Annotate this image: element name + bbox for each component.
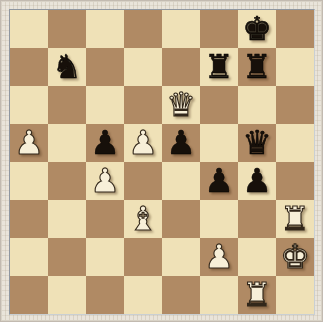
piece-black-pawn[interactable]: ♟ xyxy=(162,124,200,162)
square-h6[interactable] xyxy=(276,86,314,124)
square-a6[interactable] xyxy=(10,86,48,124)
square-c6[interactable] xyxy=(86,86,124,124)
square-c2[interactable] xyxy=(86,238,124,276)
square-f5[interactable] xyxy=(200,124,238,162)
square-a3[interactable] xyxy=(10,200,48,238)
chess-board: ♚♞♜♜♛♟♟♟♟♛♟♟♟♝♜♟♚♜ xyxy=(9,9,315,315)
square-d5[interactable]: ♟ xyxy=(124,124,162,162)
square-f3[interactable] xyxy=(200,200,238,238)
square-f1[interactable] xyxy=(200,276,238,314)
square-c1[interactable] xyxy=(86,276,124,314)
square-f7[interactable]: ♜ xyxy=(200,48,238,86)
square-g7[interactable]: ♜ xyxy=(238,48,276,86)
square-b7[interactable]: ♞ xyxy=(48,48,86,86)
piece-white-pawn[interactable]: ♟ xyxy=(200,238,238,276)
square-e5[interactable]: ♟ xyxy=(162,124,200,162)
square-b5[interactable] xyxy=(48,124,86,162)
piece-white-pawn[interactable]: ♟ xyxy=(124,124,162,162)
square-e1[interactable] xyxy=(162,276,200,314)
piece-white-rook[interactable]: ♜ xyxy=(238,276,276,314)
square-g5[interactable]: ♛ xyxy=(238,124,276,162)
square-h4[interactable] xyxy=(276,162,314,200)
piece-black-pawn[interactable]: ♟ xyxy=(200,162,238,200)
square-c4[interactable]: ♟ xyxy=(86,162,124,200)
square-c7[interactable] xyxy=(86,48,124,86)
square-h2[interactable]: ♚ xyxy=(276,238,314,276)
square-d4[interactable] xyxy=(124,162,162,200)
board-frame: ♚♞♜♜♛♟♟♟♟♛♟♟♟♝♜♟♚♜ xyxy=(0,0,323,322)
square-b3[interactable] xyxy=(48,200,86,238)
square-d2[interactable] xyxy=(124,238,162,276)
square-d1[interactable] xyxy=(124,276,162,314)
square-a8[interactable] xyxy=(10,10,48,48)
square-c5[interactable]: ♟ xyxy=(86,124,124,162)
square-g1[interactable]: ♜ xyxy=(238,276,276,314)
square-f2[interactable]: ♟ xyxy=(200,238,238,276)
piece-black-pawn[interactable]: ♟ xyxy=(238,162,276,200)
square-d6[interactable] xyxy=(124,86,162,124)
square-a5[interactable]: ♟ xyxy=(10,124,48,162)
square-h3[interactable]: ♜ xyxy=(276,200,314,238)
square-g2[interactable] xyxy=(238,238,276,276)
square-a4[interactable] xyxy=(10,162,48,200)
square-b8[interactable] xyxy=(48,10,86,48)
piece-black-knight[interactable]: ♞ xyxy=(48,48,86,86)
square-a7[interactable] xyxy=(10,48,48,86)
piece-black-king[interactable]: ♚ xyxy=(238,10,276,48)
square-h7[interactable] xyxy=(276,48,314,86)
piece-white-king[interactable]: ♚ xyxy=(276,238,314,276)
square-e7[interactable] xyxy=(162,48,200,86)
square-g6[interactable] xyxy=(238,86,276,124)
square-h5[interactable] xyxy=(276,124,314,162)
piece-white-pawn[interactable]: ♟ xyxy=(10,124,48,162)
square-c3[interactable] xyxy=(86,200,124,238)
piece-white-pawn[interactable]: ♟ xyxy=(86,162,124,200)
square-d3[interactable]: ♝ xyxy=(124,200,162,238)
square-a2[interactable] xyxy=(10,238,48,276)
square-f8[interactable] xyxy=(200,10,238,48)
square-e4[interactable] xyxy=(162,162,200,200)
square-f4[interactable]: ♟ xyxy=(200,162,238,200)
square-b4[interactable] xyxy=(48,162,86,200)
square-c8[interactable] xyxy=(86,10,124,48)
square-e8[interactable] xyxy=(162,10,200,48)
square-b1[interactable] xyxy=(48,276,86,314)
piece-white-queen[interactable]: ♛ xyxy=(162,86,200,124)
square-a1[interactable] xyxy=(10,276,48,314)
square-d8[interactable] xyxy=(124,10,162,48)
square-e3[interactable] xyxy=(162,200,200,238)
piece-black-pawn[interactable]: ♟ xyxy=(86,124,124,162)
square-e6[interactable]: ♛ xyxy=(162,86,200,124)
square-d7[interactable] xyxy=(124,48,162,86)
square-g4[interactable]: ♟ xyxy=(238,162,276,200)
square-g3[interactable] xyxy=(238,200,276,238)
square-h1[interactable] xyxy=(276,276,314,314)
piece-black-queen[interactable]: ♛ xyxy=(238,124,276,162)
piece-white-rook[interactable]: ♜ xyxy=(276,200,314,238)
piece-white-bishop[interactable]: ♝ xyxy=(124,200,162,238)
square-b6[interactable] xyxy=(48,86,86,124)
square-h8[interactable] xyxy=(276,10,314,48)
piece-black-rook[interactable]: ♜ xyxy=(200,48,238,86)
square-e2[interactable] xyxy=(162,238,200,276)
piece-black-rook[interactable]: ♜ xyxy=(238,48,276,86)
square-b2[interactable] xyxy=(48,238,86,276)
square-f6[interactable] xyxy=(200,86,238,124)
square-g8[interactable]: ♚ xyxy=(238,10,276,48)
